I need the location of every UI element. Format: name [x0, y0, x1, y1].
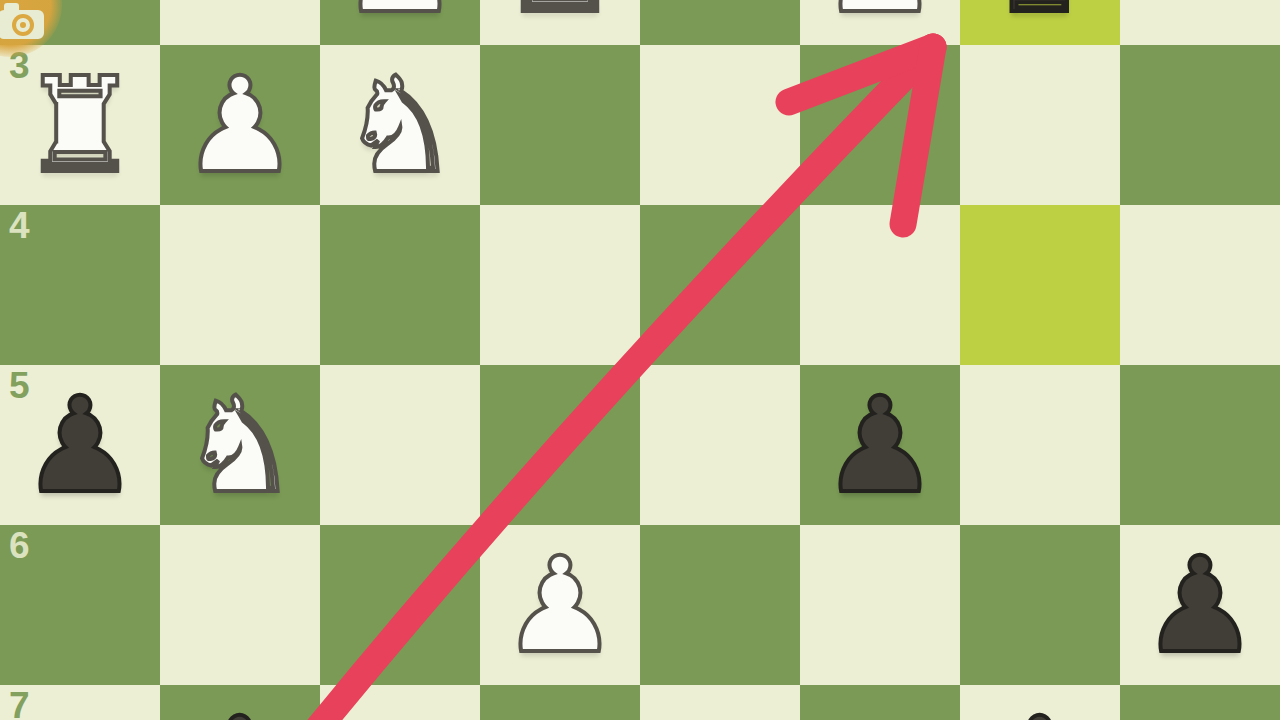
rank-label-4: 4: [9, 207, 30, 244]
square-h4[interactable]: 4: [0, 205, 160, 365]
square-c2[interactable]: ♟: [800, 0, 960, 45]
square-b6[interactable]: [960, 525, 1120, 685]
square-e3[interactable]: [480, 45, 640, 205]
square-e7[interactable]: [480, 685, 640, 720]
square-a4[interactable]: [1120, 205, 1280, 365]
white-pawn-f2[interactable]: ♟: [320, 0, 480, 45]
black-pawn-c5[interactable]: ♟: [800, 365, 960, 525]
square-d5[interactable]: [640, 365, 800, 525]
black-pawn-h5[interactable]: ♟: [0, 365, 160, 525]
black-queen-b2[interactable]: ♛: [960, 0, 1120, 45]
square-g4[interactable]: [160, 205, 320, 365]
square-e6[interactable]: ♟: [480, 525, 640, 685]
square-d2[interactable]: [640, 0, 800, 45]
white-rook-h3[interactable]: ♜: [0, 45, 160, 205]
square-d7[interactable]: [640, 685, 800, 720]
square-d4[interactable]: [640, 205, 800, 365]
square-g7[interactable]: ♝: [160, 685, 320, 720]
black-bishop-g7[interactable]: ♝: [160, 685, 320, 720]
camera-icon-lens: [12, 14, 34, 36]
square-f7[interactable]: [320, 685, 480, 720]
square-h5[interactable]: 5♟: [0, 365, 160, 525]
square-e4[interactable]: [480, 205, 640, 365]
white-pawn-e6[interactable]: ♟: [480, 525, 640, 685]
square-b2[interactable]: ♛: [960, 0, 1120, 45]
square-a5[interactable]: [1120, 365, 1280, 525]
square-g3[interactable]: ♟: [160, 45, 320, 205]
square-a2[interactable]: [1120, 0, 1280, 45]
square-h6[interactable]: 6: [0, 525, 160, 685]
square-a3[interactable]: [1120, 45, 1280, 205]
white-rook-e2[interactable]: ♜: [480, 0, 640, 45]
square-b5[interactable]: [960, 365, 1120, 525]
square-d3[interactable]: [640, 45, 800, 205]
white-knight-f3[interactable]: ♞: [320, 45, 480, 205]
square-h7[interactable]: 7: [0, 685, 160, 720]
white-pawn-g3[interactable]: ♟: [160, 45, 320, 205]
square-g2[interactable]: [160, 0, 320, 45]
square-d6[interactable]: [640, 525, 800, 685]
square-f4[interactable]: [320, 205, 480, 365]
white-pawn-c2[interactable]: ♟: [800, 0, 960, 45]
square-f2[interactable]: ♟: [320, 0, 480, 45]
chessboard-viewport: ♟♜♟♛3♜♟♞45♟♞♟6♟♟7♝♝: [0, 0, 1280, 720]
square-h3[interactable]: 3♜: [0, 45, 160, 205]
square-b3[interactable]: [960, 45, 1120, 205]
square-e2[interactable]: ♜: [480, 0, 640, 45]
square-g6[interactable]: [160, 525, 320, 685]
square-c6[interactable]: [800, 525, 960, 685]
chess-board[interactable]: ♟♜♟♛3♜♟♞45♟♞♟6♟♟7♝♝: [0, 0, 1280, 720]
square-c5[interactable]: ♟: [800, 365, 960, 525]
square-c3[interactable]: [800, 45, 960, 205]
rank-label-7: 7: [9, 687, 30, 720]
black-bishop-b7[interactable]: ♝: [960, 685, 1120, 720]
square-g5[interactable]: ♞: [160, 365, 320, 525]
square-a7[interactable]: [1120, 685, 1280, 720]
white-knight-g5[interactable]: ♞: [160, 365, 320, 525]
square-c4[interactable]: [800, 205, 960, 365]
square-f5[interactable]: [320, 365, 480, 525]
square-e5[interactable]: [480, 365, 640, 525]
square-f6[interactable]: [320, 525, 480, 685]
camera-icon-body: [0, 10, 44, 39]
square-a6[interactable]: ♟: [1120, 525, 1280, 685]
black-pawn-a6[interactable]: ♟: [1120, 525, 1280, 685]
rank-label-6: 6: [9, 527, 30, 564]
square-c7[interactable]: [800, 685, 960, 720]
square-b4[interactable]: [960, 205, 1120, 365]
square-f3[interactable]: ♞: [320, 45, 480, 205]
camera-icon-lens-ring: [16, 18, 30, 32]
square-b7[interactable]: ♝: [960, 685, 1120, 720]
